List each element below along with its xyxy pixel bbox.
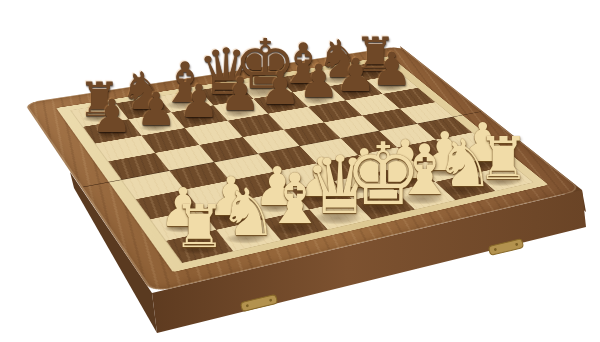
black-pawn-glyph: ♟ — [260, 66, 301, 112]
black-pawn-glyph: ♟ — [298, 59, 339, 105]
black-pawn-glyph: ♟ — [91, 94, 132, 140]
black-pawn-glyph: ♟ — [136, 86, 177, 132]
black-pawn-glyph: ♟ — [179, 79, 220, 125]
black-pawn-glyph: ♟ — [220, 72, 261, 118]
chess-set-photo: ♜♞♝♛♚♝♞♜♟♟♟♟♟♟♟♟♟♟♟♟♟♟♟♟♜♞♝♛♚♝♞♜ — [0, 0, 600, 342]
white-rook-glyph: ♜ — [173, 197, 226, 256]
black-pawn-glyph: ♟ — [371, 47, 412, 93]
white-rook-glyph: ♜ — [477, 128, 530, 187]
black-pawn-glyph: ♟ — [335, 53, 376, 99]
